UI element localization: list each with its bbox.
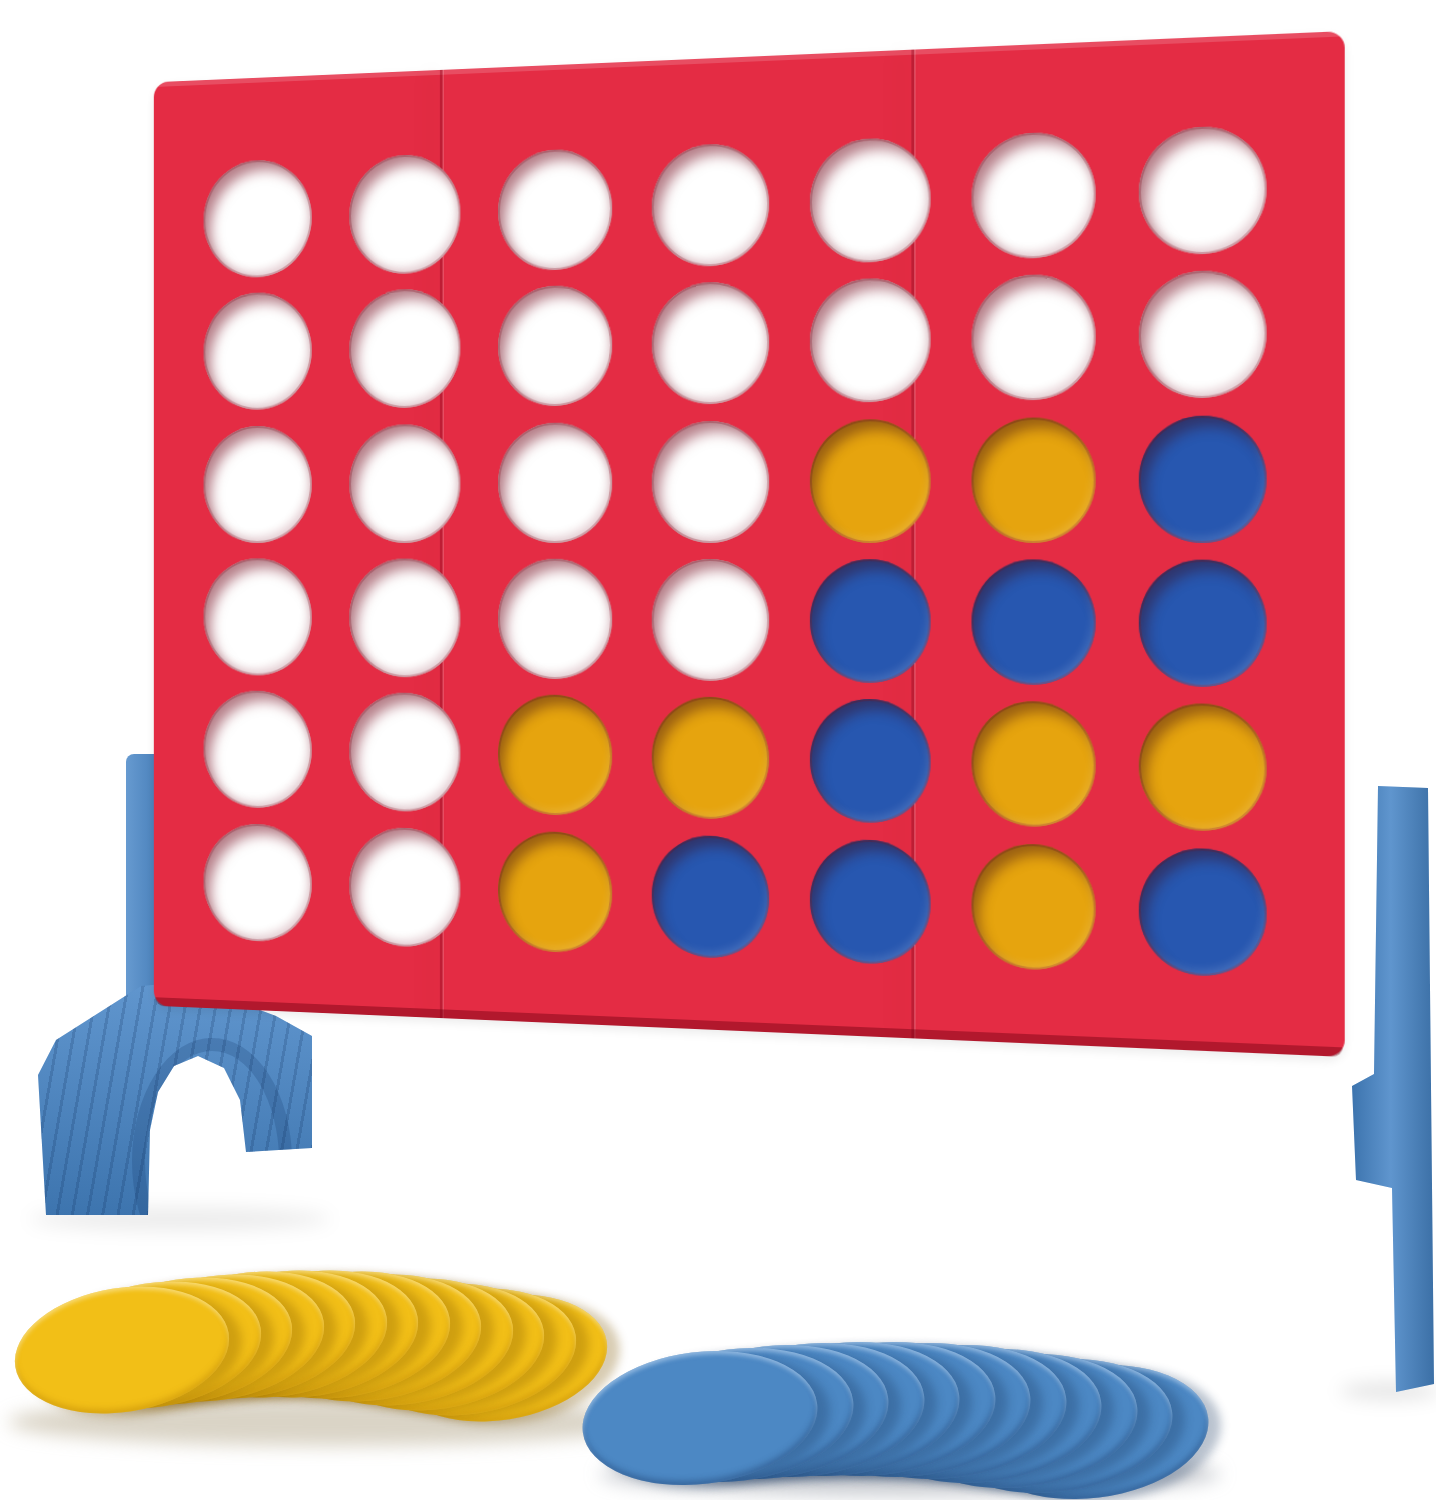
board-column-5-cell [789, 410, 951, 551]
board-column-1-cell [186, 284, 331, 419]
empty-hole-r3-c1 [204, 425, 312, 543]
empty-hole-r1-c3 [498, 148, 612, 272]
empty-hole-r1-c2 [349, 153, 460, 275]
board-column-1-cell [186, 682, 331, 817]
board-column-1-cell [186, 814, 331, 951]
board-column-2-cell [331, 684, 480, 821]
empty-hole-r2-c4 [652, 281, 769, 405]
board-column-3-cell [479, 551, 632, 688]
left-leg-foot [36, 980, 314, 1218]
board-top-bevel [157, 31, 1340, 87]
blue-disc-r4-c5 [809, 559, 930, 683]
board-column-4-cell [632, 412, 789, 551]
empty-hole-r4-c2 [349, 559, 460, 678]
empty-hole-r2-c5 [809, 278, 930, 404]
board-column-7-cell [1117, 115, 1288, 264]
yellow-disc-r5-c3 [498, 695, 612, 817]
board-column-4-cell [632, 826, 789, 969]
board-column-4-cell [632, 133, 789, 276]
board-column-1-cell [186, 150, 331, 287]
blue-disc-r6-c4 [652, 834, 769, 960]
board-column-7-cell [1117, 406, 1288, 551]
board-column-7-cell [1117, 838, 1288, 988]
empty-hole-r2-c1 [204, 292, 312, 411]
empty-hole-r3-c2 [349, 424, 460, 543]
board-column-7-cell [1117, 694, 1288, 842]
yellow-disc-r5-c7 [1138, 703, 1266, 833]
blue-disc-r5-c5 [809, 699, 930, 825]
empty-hole-r1-c4 [652, 142, 769, 267]
empty-hole-r1-c7 [1138, 125, 1266, 256]
blue-disc-r3-c7 [1138, 415, 1266, 543]
board-column-6-cell [951, 692, 1117, 837]
board-column-5-cell [789, 551, 951, 692]
giant-connect-four-photo [0, 0, 1436, 1500]
board-column-7-cell [1117, 551, 1288, 696]
board-column-5-cell [789, 829, 951, 974]
empty-hole-r3-c3 [498, 422, 612, 543]
board-column-3-cell [479, 139, 632, 280]
board-bottom-edge [156, 997, 1343, 1057]
right-leg-post [1352, 786, 1436, 1392]
blue-disc-r4-c6 [972, 559, 1096, 685]
empty-hole-r4-c3 [498, 559, 612, 680]
empty-hole-r1-c5 [809, 137, 930, 264]
board-column-3-cell [479, 686, 632, 825]
blue-disc-r4-c7 [1138, 560, 1266, 688]
empty-hole-r2-c6 [972, 274, 1096, 402]
board-column-6-cell [951, 122, 1117, 269]
board-column-5-cell [789, 690, 951, 833]
board-column-6-cell [951, 265, 1117, 410]
board-frame [154, 31, 1345, 1057]
board-column-2-cell [331, 145, 480, 284]
empty-hole-r4-c4 [652, 559, 769, 682]
left-foot-arch [132, 1038, 292, 1284]
empty-hole-r1-c1 [204, 159, 312, 279]
blue-disc-r6-c5 [809, 838, 930, 965]
yellow-disc-r3-c6 [972, 417, 1096, 543]
blue-disc-r6-c7 [1138, 847, 1266, 978]
empty-hole-r3-c4 [652, 420, 769, 543]
board-column-3-cell [479, 414, 632, 551]
board-grid [186, 115, 1289, 987]
yellow-disc-r5-c6 [972, 701, 1096, 829]
board-column-2-cell [331, 280, 480, 417]
board-column-2-cell [331, 551, 480, 687]
board-column-4-cell [632, 273, 789, 414]
board-column-5-cell [789, 269, 951, 412]
board-column-2-cell [331, 818, 480, 957]
empty-hole-r2-c3 [498, 285, 612, 407]
empty-hole-r5-c1 [204, 691, 312, 810]
empty-hole-r2-c7 [1138, 270, 1266, 399]
board-column-4-cell [632, 688, 789, 829]
yellow-disc-r5-c4 [652, 697, 769, 821]
empty-hole-r1-c6 [972, 131, 1096, 260]
yellow-disc-r3-c5 [809, 419, 930, 543]
board-column-6-cell [951, 408, 1117, 551]
yellow-disc-r6-c6 [972, 842, 1096, 971]
empty-hole-r4-c1 [204, 558, 312, 676]
board-column-6-cell [951, 833, 1117, 980]
empty-hole-r5-c2 [349, 692, 460, 813]
board-column-7-cell [1117, 261, 1288, 408]
board-column-6-cell [951, 551, 1117, 694]
board-column-1-cell [186, 417, 331, 551]
board-column-4-cell [632, 551, 789, 690]
board-column-3-cell [479, 276, 632, 415]
yellow-disc-r6-c3 [498, 830, 612, 954]
board-column-2-cell [331, 415, 480, 550]
board-column-1-cell [186, 551, 331, 685]
empty-hole-r6-c2 [349, 826, 460, 948]
board-column-5-cell [789, 128, 951, 273]
board-column-3-cell [479, 822, 632, 963]
connect-four-board [154, 31, 1345, 1057]
empty-hole-r6-c1 [204, 823, 312, 943]
empty-hole-r2-c2 [349, 288, 460, 409]
